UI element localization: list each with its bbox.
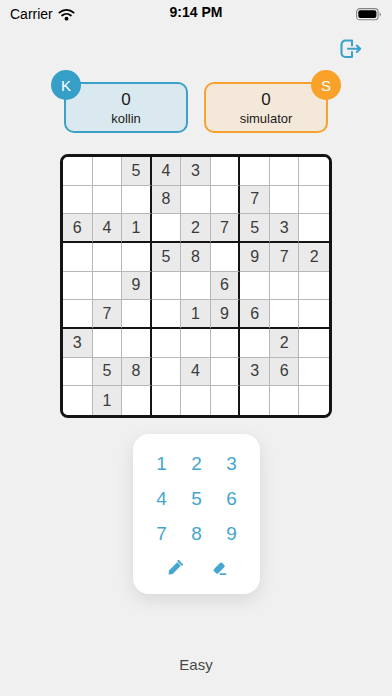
cell-r9c1[interactable]: [63, 386, 93, 415]
cell-r1c2[interactable]: [93, 157, 123, 186]
pencil-icon: [167, 560, 183, 576]
carrier-label: Carrier: [10, 6, 53, 22]
cell-r6c4[interactable]: [152, 300, 182, 329]
player-card-simulator: S 0 simulator: [204, 82, 328, 133]
status-bar: Carrier 9:14 PM: [0, 0, 392, 26]
eraser-button[interactable]: [202, 553, 236, 583]
cell-r8c4[interactable]: [152, 358, 182, 387]
cell-r3c8[interactable]: 3: [270, 214, 300, 243]
cell-r1c7[interactable]: [240, 157, 270, 186]
player-name-simulator: simulator: [240, 112, 293, 125]
player-initial: K: [61, 77, 71, 94]
cell-r2c1[interactable]: [63, 186, 93, 215]
cell-r6c3[interactable]: [122, 300, 152, 329]
cell-r8c6[interactable]: [211, 358, 241, 387]
cell-r2c4[interactable]: 8: [152, 186, 182, 215]
players-row: K 0 kollin S 0 simulator: [64, 82, 328, 133]
cell-r6c9[interactable]: [299, 300, 329, 329]
cell-r8c9[interactable]: [299, 358, 329, 387]
numpad-key-6[interactable]: 6: [215, 481, 249, 516]
cell-r5c1[interactable]: [63, 272, 93, 301]
player-score-kollin: 0: [121, 91, 130, 108]
cell-r1c5[interactable]: 3: [181, 157, 211, 186]
sudoku-grid: 5438764127535897296719632584361: [63, 157, 329, 415]
cell-r4c7[interactable]: 9: [240, 243, 270, 272]
numpad-key-3[interactable]: 3: [215, 446, 249, 481]
cell-r4c5[interactable]: 8: [181, 243, 211, 272]
cell-r1c8[interactable]: [270, 157, 300, 186]
numpad-key-1[interactable]: 1: [145, 446, 179, 481]
cell-r4c8[interactable]: 7: [270, 243, 300, 272]
cell-r1c4[interactable]: 4: [152, 157, 182, 186]
cell-r6c6[interactable]: 9: [211, 300, 241, 329]
player-score-simulator: 0: [261, 91, 270, 108]
logout-icon: [337, 37, 365, 61]
cell-r9c4[interactable]: [152, 386, 182, 415]
numpad-key-2[interactable]: 2: [180, 446, 214, 481]
cell-r5c8[interactable]: [270, 272, 300, 301]
player-avatar-kollin: K: [51, 70, 81, 100]
difficulty-label: Easy: [0, 656, 392, 673]
cell-r9c5[interactable]: [181, 386, 211, 415]
cell-r5c9[interactable]: [299, 272, 329, 301]
cell-r9c7[interactable]: [240, 386, 270, 415]
cell-r5c2[interactable]: [93, 272, 123, 301]
player-card-kollin: K 0 kollin: [64, 82, 188, 133]
cell-r7c3[interactable]: [122, 329, 152, 358]
cell-r9c8[interactable]: [270, 386, 300, 415]
cell-r4c1[interactable]: [63, 243, 93, 272]
cell-r2c6[interactable]: [211, 186, 241, 215]
numpad-tools: [158, 553, 236, 583]
cell-r3c5[interactable]: 2: [181, 214, 211, 243]
cell-r4c6[interactable]: [211, 243, 241, 272]
numpad-key-5[interactable]: 5: [180, 481, 214, 516]
cell-r7c5[interactable]: [181, 329, 211, 358]
cell-r3c2[interactable]: 4: [93, 214, 123, 243]
cell-r5c3[interactable]: 9: [122, 272, 152, 301]
numpad-key-7[interactable]: 7: [145, 516, 179, 551]
cell-r3c1[interactable]: 6: [63, 214, 93, 243]
wifi-icon: [58, 8, 75, 21]
cell-r3c3[interactable]: 1: [122, 214, 152, 243]
cell-r5c6[interactable]: 6: [211, 272, 241, 301]
cell-r9c9[interactable]: [299, 386, 329, 415]
player-name-kollin: kollin: [111, 112, 141, 125]
cell-r2c5[interactable]: [181, 186, 211, 215]
cell-r7c8[interactable]: 2: [270, 329, 300, 358]
player-initial: S: [321, 77, 331, 94]
cell-r7c7[interactable]: [240, 329, 270, 358]
cell-r2c9[interactable]: [299, 186, 329, 215]
eraser-icon: [211, 560, 227, 576]
cell-r6c1[interactable]: [63, 300, 93, 329]
cell-r6c2[interactable]: 7: [93, 300, 123, 329]
cell-r2c3[interactable]: [122, 186, 152, 215]
numpad-key-9[interactable]: 9: [215, 516, 249, 551]
cell-r1c6[interactable]: [211, 157, 241, 186]
cell-r7c9[interactable]: [299, 329, 329, 358]
cell-r8c2[interactable]: 5: [93, 358, 123, 387]
cell-r1c9[interactable]: [299, 157, 329, 186]
numpad-keys: 123456789: [145, 446, 249, 551]
cell-r1c1[interactable]: [63, 157, 93, 186]
numpad-key-4[interactable]: 4: [145, 481, 179, 516]
cell-r3c6[interactable]: 7: [211, 214, 241, 243]
player-avatar-simulator: S: [311, 70, 341, 100]
cell-r8c1[interactable]: [63, 358, 93, 387]
cell-r4c4[interactable]: 5: [152, 243, 182, 272]
cell-r7c2[interactable]: [93, 329, 123, 358]
cell-r9c6[interactable]: [211, 386, 241, 415]
cell-r6c7[interactable]: 6: [240, 300, 270, 329]
cell-r5c4[interactable]: [152, 272, 182, 301]
cell-r8c3[interactable]: 8: [122, 358, 152, 387]
logout-button[interactable]: [337, 37, 365, 61]
cell-r8c8[interactable]: 6: [270, 358, 300, 387]
cell-r4c2[interactable]: [93, 243, 123, 272]
cell-r4c9[interactable]: 2: [299, 243, 329, 272]
cell-r3c4[interactable]: [152, 214, 182, 243]
cell-r3c7[interactable]: 5: [240, 214, 270, 243]
cell-r3c9[interactable]: [299, 214, 329, 243]
cell-r9c3[interactable]: [122, 386, 152, 415]
cell-r5c7[interactable]: [240, 272, 270, 301]
cell-r6c5[interactable]: 1: [181, 300, 211, 329]
cell-r7c6[interactable]: [211, 329, 241, 358]
cell-r2c8[interactable]: [270, 186, 300, 215]
cell-r8c5[interactable]: 4: [181, 358, 211, 387]
cell-r4c3[interactable]: [122, 243, 152, 272]
cell-r9c2[interactable]: 1: [93, 386, 123, 415]
cell-r1c3[interactable]: 5: [122, 157, 152, 186]
cell-r6c8[interactable]: [270, 300, 300, 329]
cell-r2c2[interactable]: [93, 186, 123, 215]
cell-r7c4[interactable]: [152, 329, 182, 358]
pencil-button[interactable]: [158, 553, 192, 583]
cell-r7c1[interactable]: 3: [63, 329, 93, 358]
numpad-key-8[interactable]: 8: [180, 516, 214, 551]
numpad: 123456789: [133, 434, 260, 594]
cell-r8c7[interactable]: 3: [240, 358, 270, 387]
sudoku-board: 5438764127535897296719632584361: [60, 154, 332, 418]
battery-icon: [356, 8, 382, 21]
cell-r5c5[interactable]: [181, 272, 211, 301]
cell-r2c7[interactable]: 7: [240, 186, 270, 215]
